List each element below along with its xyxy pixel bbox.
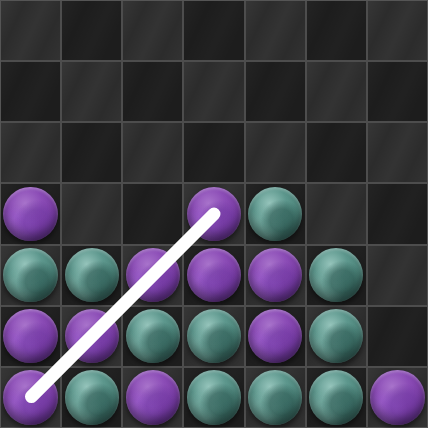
purple-piece xyxy=(248,309,302,363)
teal-piece xyxy=(309,248,363,302)
teal-piece xyxy=(3,248,57,302)
cell-r1c1[interactable] xyxy=(62,62,121,121)
purple-piece xyxy=(3,309,57,363)
cell-r3c2[interactable] xyxy=(123,184,182,243)
cell-r1c6[interactable] xyxy=(368,62,427,121)
cell-r1c0[interactable] xyxy=(1,62,60,121)
cell-r6c5[interactable] xyxy=(307,368,366,427)
purple-piece xyxy=(3,370,57,424)
cell-r2c2[interactable] xyxy=(123,123,182,182)
teal-piece xyxy=(65,248,119,302)
cell-r1c5[interactable] xyxy=(307,62,366,121)
cell-r0c6[interactable] xyxy=(368,1,427,60)
teal-piece xyxy=(309,309,363,363)
cell-r5c2[interactable] xyxy=(123,307,182,366)
teal-piece xyxy=(65,370,119,424)
cell-r5c3[interactable] xyxy=(184,307,243,366)
cell-r6c4[interactable] xyxy=(246,368,305,427)
cell-r5c0[interactable] xyxy=(1,307,60,366)
cell-r2c4[interactable] xyxy=(246,123,305,182)
cell-r5c5[interactable] xyxy=(307,307,366,366)
cell-r5c4[interactable] xyxy=(246,307,305,366)
cell-r0c5[interactable] xyxy=(307,1,366,60)
cell-r4c3[interactable] xyxy=(184,246,243,305)
teal-piece xyxy=(248,187,302,241)
cell-r4c0[interactable] xyxy=(1,246,60,305)
cell-r6c3[interactable] xyxy=(184,368,243,427)
cell-r3c6[interactable] xyxy=(368,184,427,243)
cell-r1c3[interactable] xyxy=(184,62,243,121)
cell-r3c5[interactable] xyxy=(307,184,366,243)
cell-r3c3[interactable] xyxy=(184,184,243,243)
game-board xyxy=(0,0,428,428)
cell-r0c4[interactable] xyxy=(246,1,305,60)
purple-piece xyxy=(187,248,241,302)
purple-piece xyxy=(126,370,180,424)
purple-piece xyxy=(65,309,119,363)
cell-r2c6[interactable] xyxy=(368,123,427,182)
teal-piece xyxy=(309,370,363,424)
cell-r2c5[interactable] xyxy=(307,123,366,182)
cell-r4c1[interactable] xyxy=(62,246,121,305)
cell-r2c1[interactable] xyxy=(62,123,121,182)
cell-r6c0[interactable] xyxy=(1,368,60,427)
purple-piece xyxy=(370,370,424,424)
cell-r2c3[interactable] xyxy=(184,123,243,182)
purple-piece xyxy=(3,187,57,241)
cell-r4c5[interactable] xyxy=(307,246,366,305)
teal-piece xyxy=(187,309,241,363)
board-grid xyxy=(1,1,427,427)
purple-piece xyxy=(126,248,180,302)
teal-piece xyxy=(187,370,241,424)
teal-piece xyxy=(248,370,302,424)
cell-r3c0[interactable] xyxy=(1,184,60,243)
purple-piece xyxy=(187,187,241,241)
cell-r0c3[interactable] xyxy=(184,1,243,60)
cell-r3c1[interactable] xyxy=(62,184,121,243)
cell-r4c6[interactable] xyxy=(368,246,427,305)
cell-r5c1[interactable] xyxy=(62,307,121,366)
teal-piece xyxy=(126,309,180,363)
cell-r1c2[interactable] xyxy=(123,62,182,121)
cell-r5c6[interactable] xyxy=(368,307,427,366)
cell-r6c6[interactable] xyxy=(368,368,427,427)
cell-r6c2[interactable] xyxy=(123,368,182,427)
cell-r2c0[interactable] xyxy=(1,123,60,182)
cell-r0c2[interactable] xyxy=(123,1,182,60)
cell-r3c4[interactable] xyxy=(246,184,305,243)
cell-r6c1[interactable] xyxy=(62,368,121,427)
cell-r0c0[interactable] xyxy=(1,1,60,60)
cell-r4c2[interactable] xyxy=(123,246,182,305)
cell-r0c1[interactable] xyxy=(62,1,121,60)
cell-r4c4[interactable] xyxy=(246,246,305,305)
cell-r1c4[interactable] xyxy=(246,62,305,121)
purple-piece xyxy=(248,248,302,302)
